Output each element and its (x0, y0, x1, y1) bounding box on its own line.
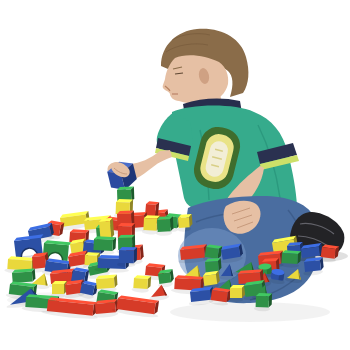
photo-boy-playing-with-blocks (0, 0, 350, 350)
scene-image (0, 0, 350, 350)
block-yellow-brick (131, 275, 151, 293)
block-green-brick (279, 250, 301, 269)
block-green-cube (155, 216, 174, 236)
block-yellow-cube (51, 281, 67, 298)
block-yellow-cube (229, 285, 245, 302)
block-blue-cube (117, 247, 137, 267)
block-green-cube (254, 293, 272, 312)
block-green-brick (91, 236, 116, 255)
